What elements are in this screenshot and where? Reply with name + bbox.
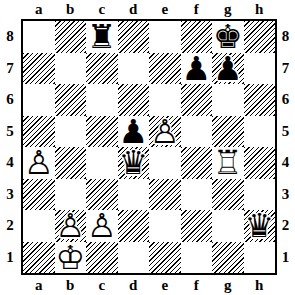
- black-queen[interactable]: ♛♛: [118, 147, 150, 179]
- square-g2[interactable]: [212, 210, 244, 242]
- piece-glyph: ♟: [181, 53, 213, 85]
- square-g4[interactable]: ♜♖: [212, 147, 244, 179]
- square-d1[interactable]: [118, 242, 150, 274]
- square-c8[interactable]: ♜♜: [86, 21, 118, 53]
- square-c7[interactable]: [86, 53, 118, 85]
- square-f5[interactable]: [181, 116, 213, 148]
- square-g3[interactable]: [212, 179, 244, 211]
- square-d8[interactable]: [118, 21, 150, 53]
- black-king[interactable]: ♚♚: [212, 21, 244, 53]
- square-f4[interactable]: [181, 147, 213, 179]
- rank-label: 7: [0, 53, 20, 85]
- square-h4[interactable]: [244, 147, 276, 179]
- file-label: e: [149, 0, 181, 18]
- rank-label: 6: [276, 84, 295, 116]
- square-f2[interactable]: [181, 210, 213, 242]
- piece-glyph: ♙: [86, 210, 118, 242]
- file-label: g: [212, 276, 244, 295]
- square-c4[interactable]: [86, 147, 118, 179]
- square-h5[interactable]: [244, 116, 276, 148]
- piece-glyph: ♖: [212, 147, 244, 179]
- square-h1[interactable]: [244, 242, 276, 274]
- square-e8[interactable]: [149, 21, 181, 53]
- square-a3[interactable]: [23, 179, 55, 211]
- square-b6[interactable]: [55, 84, 87, 116]
- piece-glyph: ♟: [212, 53, 244, 85]
- file-label: c: [86, 0, 118, 18]
- square-c2[interactable]: ♟♙: [86, 210, 118, 242]
- square-b5[interactable]: [55, 116, 87, 148]
- square-a1[interactable]: [23, 242, 55, 274]
- square-c5[interactable]: [86, 116, 118, 148]
- rank-label: 8: [0, 21, 20, 53]
- square-c1[interactable]: [86, 242, 118, 274]
- rank-label: 4: [276, 147, 295, 179]
- square-f3[interactable]: [181, 179, 213, 211]
- piece-glyph: ♜: [86, 21, 118, 53]
- square-h2[interactable]: ♛♛: [244, 210, 276, 242]
- square-b1[interactable]: ♚♔: [55, 242, 87, 274]
- rank-label: 1: [276, 242, 295, 274]
- white-rook[interactable]: ♜♖: [212, 147, 244, 179]
- square-f1[interactable]: [181, 242, 213, 274]
- square-e2[interactable]: [149, 210, 181, 242]
- rank-label: 2: [0, 210, 20, 242]
- file-label: h: [244, 276, 276, 295]
- file-label: h: [244, 0, 276, 18]
- square-a7[interactable]: [23, 53, 55, 85]
- rank-label: 6: [0, 84, 20, 116]
- square-d2[interactable]: [118, 210, 150, 242]
- black-pawn[interactable]: ♟♟: [181, 53, 213, 85]
- square-b7[interactable]: [55, 53, 87, 85]
- rank-label: 5: [276, 116, 295, 148]
- square-g1[interactable]: [212, 242, 244, 274]
- rank-label: 1: [0, 242, 20, 274]
- square-g8[interactable]: ♚♚: [212, 21, 244, 53]
- file-labels-top: abcdefgh: [23, 0, 275, 18]
- file-labels-bottom: abcdefgh: [23, 276, 275, 295]
- piece-glyph: ♙: [23, 147, 55, 179]
- file-label: b: [55, 276, 87, 295]
- square-e7[interactable]: [149, 53, 181, 85]
- rank-label: 3: [276, 179, 295, 211]
- file-label: d: [118, 0, 150, 18]
- rank-labels-right: 87654321: [276, 21, 295, 273]
- rank-labels-left: 87654321: [0, 21, 20, 273]
- square-a6[interactable]: [23, 84, 55, 116]
- square-h8[interactable]: [244, 21, 276, 53]
- file-label: d: [118, 276, 150, 295]
- file-label: a: [23, 0, 55, 18]
- file-label: f: [181, 0, 213, 18]
- square-b8[interactable]: [55, 21, 87, 53]
- piece-glyph: ♛: [118, 147, 150, 179]
- square-e3[interactable]: [149, 179, 181, 211]
- rank-label: 3: [0, 179, 20, 211]
- piece-glyph: ♚: [212, 21, 244, 53]
- rank-label: 7: [276, 53, 295, 85]
- square-e5[interactable]: ♟♙: [149, 116, 181, 148]
- square-a4[interactable]: ♟♙: [23, 147, 55, 179]
- black-rook[interactable]: ♜♜: [86, 21, 118, 53]
- file-label: e: [149, 276, 181, 295]
- rank-label: 8: [276, 21, 295, 53]
- file-label: g: [212, 0, 244, 18]
- white-pawn[interactable]: ♟♙: [149, 116, 181, 148]
- rank-label: 4: [0, 147, 20, 179]
- square-b2[interactable]: ♟♙: [55, 210, 87, 242]
- white-pawn[interactable]: ♟♙: [55, 210, 87, 242]
- piece-glyph: ♙: [55, 210, 87, 242]
- file-label: c: [86, 276, 118, 295]
- square-f6[interactable]: [181, 84, 213, 116]
- square-f7[interactable]: ♟♟: [181, 53, 213, 85]
- square-h6[interactable]: [244, 84, 276, 116]
- square-d7[interactable]: [118, 53, 150, 85]
- square-b4[interactable]: [55, 147, 87, 179]
- black-queen[interactable]: ♛♛: [244, 210, 276, 242]
- chess-diagram: abcdefgh abcdefgh 87654321 87654321 ♜♜♚♚…: [0, 0, 295, 295]
- square-g7[interactable]: ♟♟: [212, 53, 244, 85]
- square-d4[interactable]: ♛♛: [118, 147, 150, 179]
- file-label: a: [23, 276, 55, 295]
- square-e1[interactable]: [149, 242, 181, 274]
- piece-glyph: ♛: [244, 210, 276, 242]
- square-a8[interactable]: [23, 21, 55, 53]
- square-g6[interactable]: [212, 84, 244, 116]
- file-label: f: [181, 276, 213, 295]
- square-a2[interactable]: [23, 210, 55, 242]
- white-pawn[interactable]: ♟♙: [23, 147, 55, 179]
- square-e6[interactable]: [149, 84, 181, 116]
- square-f8[interactable]: [181, 21, 213, 53]
- square-d3[interactable]: [118, 179, 150, 211]
- black-pawn[interactable]: ♟♟: [212, 53, 244, 85]
- square-h7[interactable]: [244, 53, 276, 85]
- file-label: b: [55, 0, 87, 18]
- square-c6[interactable]: [86, 84, 118, 116]
- square-e4[interactable]: [149, 147, 181, 179]
- square-d6[interactable]: [118, 84, 150, 116]
- rank-label: 5: [0, 116, 20, 148]
- piece-glyph: ♔: [55, 242, 87, 274]
- white-king[interactable]: ♚♔: [55, 242, 87, 274]
- chessboard: ♜♜♚♚♟♟♟♟♟♟♟♙♟♙♛♛♜♖♟♙♟♙♛♛♚♔: [21, 19, 277, 275]
- piece-glyph: ♙: [149, 116, 181, 148]
- rank-label: 2: [276, 210, 295, 242]
- white-pawn[interactable]: ♟♙: [86, 210, 118, 242]
